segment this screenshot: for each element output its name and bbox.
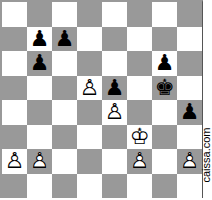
square-f4 <box>127 100 152 125</box>
square-e5: ♟ <box>102 76 127 101</box>
square-e7 <box>102 27 127 52</box>
board-frame: ♟♟♟♟♟♙♟♚♟♙♟♚♔♟♙♟♙♟♙♟♙ <box>0 0 203 198</box>
square-b1 <box>27 174 52 199</box>
white-pawn: ♟♙ <box>27 149 52 173</box>
square-f5 <box>127 76 152 101</box>
square-d7 <box>77 27 102 52</box>
square-c1 <box>52 174 77 199</box>
square-h2: ♟♙ <box>177 149 202 174</box>
white-pawn: ♟♙ <box>2 149 27 173</box>
square-a6 <box>2 51 27 76</box>
square-f2: ♟♙ <box>127 149 152 174</box>
white-pawn: ♟♙ <box>102 100 127 124</box>
square-a4 <box>2 100 27 125</box>
square-h5 <box>177 76 202 101</box>
chess-diagram: ♟♟♟♟♟♙♟♚♟♙♟♚♔♟♙♟♙♟♙♟♙ caissa.com <box>0 0 212 200</box>
square-b2: ♟♙ <box>27 149 52 174</box>
square-d5: ♟♙ <box>77 76 102 101</box>
square-d3 <box>77 125 102 150</box>
square-c2 <box>52 149 77 174</box>
square-a7 <box>2 27 27 52</box>
square-a2: ♟♙ <box>2 149 27 174</box>
square-a8 <box>2 2 27 27</box>
square-e6 <box>102 51 127 76</box>
square-f3: ♚♔ <box>127 125 152 150</box>
square-b4 <box>27 100 52 125</box>
square-h4: ♟ <box>177 100 202 125</box>
square-b8 <box>27 2 52 27</box>
square-e2 <box>102 149 127 174</box>
square-c7: ♟ <box>52 27 77 52</box>
square-g8 <box>152 2 177 27</box>
square-c8 <box>52 2 77 27</box>
black-pawn: ♟ <box>177 100 202 124</box>
watermark-caissa: caissa.com <box>200 111 212 199</box>
square-c4 <box>52 100 77 125</box>
square-f8 <box>127 2 152 27</box>
square-a1 <box>2 174 27 199</box>
square-b6: ♟ <box>27 51 52 76</box>
square-c5 <box>52 76 77 101</box>
square-h7 <box>177 27 202 52</box>
black-pawn: ♟ <box>102 76 127 100</box>
square-g2 <box>152 149 177 174</box>
square-g4 <box>152 100 177 125</box>
square-g3 <box>152 125 177 150</box>
square-c3 <box>52 125 77 150</box>
black-king: ♚ <box>152 76 177 100</box>
white-pawn: ♟♙ <box>177 149 202 173</box>
black-pawn: ♟ <box>27 27 52 51</box>
square-e4: ♟♙ <box>102 100 127 125</box>
black-pawn: ♟ <box>152 51 177 75</box>
square-d4 <box>77 100 102 125</box>
square-h6 <box>177 51 202 76</box>
square-a5 <box>2 76 27 101</box>
black-pawn: ♟ <box>27 51 52 75</box>
chess-board: ♟♟♟♟♟♙♟♚♟♙♟♚♔♟♙♟♙♟♙♟♙ <box>2 2 202 198</box>
square-a3 <box>2 125 27 150</box>
square-h8 <box>177 2 202 27</box>
square-d1 <box>77 174 102 199</box>
square-f7 <box>127 27 152 52</box>
square-g1 <box>152 174 177 199</box>
square-h1 <box>177 174 202 199</box>
square-e3 <box>102 125 127 150</box>
square-d6 <box>77 51 102 76</box>
white-king: ♚♔ <box>127 125 152 149</box>
square-f6 <box>127 51 152 76</box>
square-e1 <box>102 174 127 199</box>
white-pawn: ♟♙ <box>77 76 102 100</box>
square-e8 <box>102 2 127 27</box>
square-c6 <box>52 51 77 76</box>
square-g6: ♟ <box>152 51 177 76</box>
white-pawn: ♟♙ <box>127 149 152 173</box>
square-g7 <box>152 27 177 52</box>
square-d2 <box>77 149 102 174</box>
square-f1 <box>127 174 152 199</box>
black-pawn: ♟ <box>52 27 77 51</box>
square-b3 <box>27 125 52 150</box>
square-h3 <box>177 125 202 150</box>
square-b5 <box>27 76 52 101</box>
square-b7: ♟ <box>27 27 52 52</box>
square-d8 <box>77 2 102 27</box>
square-g5: ♚ <box>152 76 177 101</box>
